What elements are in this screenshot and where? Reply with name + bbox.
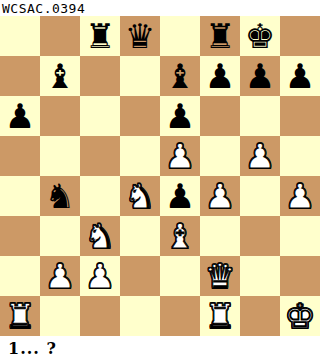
white-knight-icon: ♞ [85, 216, 115, 256]
square-a5[interactable] [0, 136, 40, 176]
square-e5[interactable]: ♟ [160, 136, 200, 176]
white-knight-icon: ♞ [125, 176, 155, 216]
black-pawn-icon: ♟ [165, 96, 195, 136]
black-pawn-icon: ♟ [285, 56, 315, 96]
white-pawn-icon: ♟ [45, 256, 75, 296]
square-h4[interactable]: ♟ [280, 176, 320, 216]
square-g8[interactable]: ♚ [240, 16, 280, 56]
square-c7[interactable] [80, 56, 120, 96]
square-g4[interactable] [240, 176, 280, 216]
square-a8[interactable] [0, 16, 40, 56]
square-h3[interactable] [280, 216, 320, 256]
square-e2[interactable] [160, 256, 200, 296]
square-c4[interactable] [80, 176, 120, 216]
square-g1[interactable] [240, 296, 280, 336]
square-a6[interactable]: ♟ [0, 96, 40, 136]
square-c3[interactable]: ♞ [80, 216, 120, 256]
square-b2[interactable]: ♟ [40, 256, 80, 296]
square-h8[interactable] [280, 16, 320, 56]
square-h1[interactable]: ♚ [280, 296, 320, 336]
square-e8[interactable] [160, 16, 200, 56]
square-a7[interactable] [0, 56, 40, 96]
square-b8[interactable] [40, 16, 80, 56]
black-knight-icon: ♞ [45, 176, 75, 216]
square-h6[interactable] [280, 96, 320, 136]
black-king-icon: ♚ [245, 16, 275, 56]
square-a2[interactable] [0, 256, 40, 296]
square-b5[interactable] [40, 136, 80, 176]
white-pawn-icon: ♟ [285, 176, 315, 216]
black-pawn-icon: ♟ [165, 176, 195, 216]
square-f3[interactable] [200, 216, 240, 256]
white-pawn-icon: ♟ [205, 176, 235, 216]
square-g5[interactable]: ♟ [240, 136, 280, 176]
square-c5[interactable] [80, 136, 120, 176]
square-f2[interactable]: ♛ [200, 256, 240, 296]
square-d3[interactable] [120, 216, 160, 256]
white-rook-icon: ♜ [205, 296, 235, 336]
black-bishop-icon: ♝ [45, 56, 75, 96]
black-rook-icon: ♜ [85, 16, 115, 56]
square-c8[interactable]: ♜ [80, 16, 120, 56]
square-d5[interactable] [120, 136, 160, 176]
square-b7[interactable]: ♝ [40, 56, 80, 96]
square-e4[interactable]: ♟ [160, 176, 200, 216]
black-pawn-icon: ♟ [205, 56, 235, 96]
square-a3[interactable] [0, 216, 40, 256]
square-a4[interactable] [0, 176, 40, 216]
square-d1[interactable] [120, 296, 160, 336]
black-pawn-icon: ♟ [5, 96, 35, 136]
square-d2[interactable] [120, 256, 160, 296]
square-g2[interactable] [240, 256, 280, 296]
square-c1[interactable] [80, 296, 120, 336]
white-pawn-icon: ♟ [245, 136, 275, 176]
square-f7[interactable]: ♟ [200, 56, 240, 96]
square-d6[interactable] [120, 96, 160, 136]
square-g7[interactable]: ♟ [240, 56, 280, 96]
square-g3[interactable] [240, 216, 280, 256]
move-prompt: 1... ? [0, 336, 320, 360]
white-rook-icon: ♜ [5, 296, 35, 336]
black-bishop-icon: ♝ [165, 56, 195, 96]
square-e6[interactable]: ♟ [160, 96, 200, 136]
square-f5[interactable] [200, 136, 240, 176]
square-h2[interactable] [280, 256, 320, 296]
chess-program-window: WCSAC.0394 ♜♛♜♚♝♝♟♟♟♟♟♟♟♞♞♟♟♟♞♝♟♟♛♜♜♚ 1.… [0, 0, 320, 360]
square-b1[interactable] [40, 296, 80, 336]
puzzle-title: WCSAC.0394 [0, 0, 320, 16]
chess-board: ♜♛♜♚♝♝♟♟♟♟♟♟♟♞♞♟♟♟♞♝♟♟♛♜♜♚ [0, 16, 320, 336]
square-c2[interactable]: ♟ [80, 256, 120, 296]
white-pawn-icon: ♟ [165, 136, 195, 176]
square-f4[interactable]: ♟ [200, 176, 240, 216]
square-b6[interactable] [40, 96, 80, 136]
square-f8[interactable]: ♜ [200, 16, 240, 56]
square-f6[interactable] [200, 96, 240, 136]
white-bishop-icon: ♝ [165, 216, 195, 256]
square-a1[interactable]: ♜ [0, 296, 40, 336]
square-h5[interactable] [280, 136, 320, 176]
square-c6[interactable] [80, 96, 120, 136]
white-pawn-icon: ♟ [85, 256, 115, 296]
square-b3[interactable] [40, 216, 80, 256]
black-queen-icon: ♛ [125, 16, 155, 56]
black-pawn-icon: ♟ [245, 56, 275, 96]
black-rook-icon: ♜ [205, 16, 235, 56]
square-d4[interactable]: ♞ [120, 176, 160, 216]
square-e3[interactable]: ♝ [160, 216, 200, 256]
white-queen-icon: ♛ [205, 256, 235, 296]
square-g6[interactable] [240, 96, 280, 136]
square-e7[interactable]: ♝ [160, 56, 200, 96]
square-d8[interactable]: ♛ [120, 16, 160, 56]
square-h7[interactable]: ♟ [280, 56, 320, 96]
square-f1[interactable]: ♜ [200, 296, 240, 336]
square-b4[interactable]: ♞ [40, 176, 80, 216]
square-e1[interactable] [160, 296, 200, 336]
square-d7[interactable] [120, 56, 160, 96]
white-king-icon: ♚ [285, 296, 315, 336]
